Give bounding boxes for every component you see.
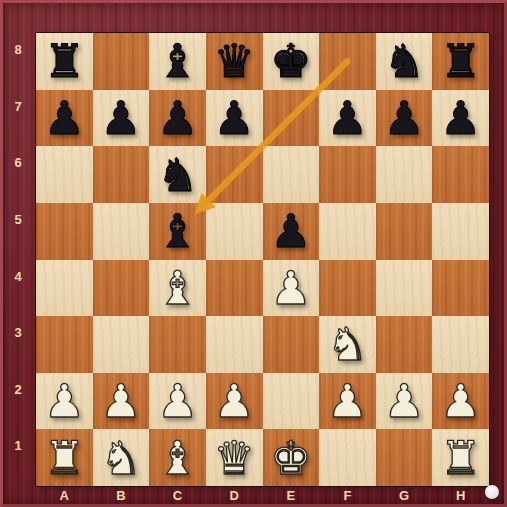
piece-white-knight[interactable]: ♞ xyxy=(327,321,368,367)
square-e4[interactable]: ♟ xyxy=(263,260,320,317)
square-b4[interactable] xyxy=(93,260,150,317)
rank-label-2: 2 xyxy=(3,373,33,430)
piece-black-pawn[interactable]: ♟ xyxy=(44,95,85,141)
rank-label-7: 7 xyxy=(3,90,33,147)
square-g2[interactable]: ♟ xyxy=(376,373,433,430)
square-d8[interactable]: ♛ xyxy=(206,33,263,90)
file-label-E: E xyxy=(263,487,320,505)
piece-black-bishop[interactable]: ♝ xyxy=(157,38,198,84)
square-d4[interactable] xyxy=(206,260,263,317)
piece-white-knight[interactable]: ♞ xyxy=(100,435,141,481)
square-f8[interactable] xyxy=(319,33,376,90)
square-g4[interactable] xyxy=(376,260,433,317)
square-c3[interactable] xyxy=(149,316,206,373)
piece-black-pawn[interactable]: ♟ xyxy=(214,95,255,141)
piece-white-pawn[interactable]: ♟ xyxy=(44,378,85,424)
square-h4[interactable] xyxy=(432,260,489,317)
piece-black-pawn[interactable]: ♟ xyxy=(157,95,198,141)
rank-label-1: 1 xyxy=(3,429,33,486)
square-e5[interactable]: ♟ xyxy=(263,203,320,260)
piece-black-bishop[interactable]: ♝ xyxy=(157,208,198,254)
square-d5[interactable] xyxy=(206,203,263,260)
piece-white-pawn[interactable]: ♟ xyxy=(327,378,368,424)
square-e8[interactable]: ♚ xyxy=(263,33,320,90)
square-c1[interactable]: ♝ xyxy=(149,429,206,486)
square-e2[interactable] xyxy=(263,373,320,430)
piece-black-knight[interactable]: ♞ xyxy=(383,38,424,84)
square-a4[interactable] xyxy=(36,260,93,317)
square-f7[interactable]: ♟ xyxy=(319,90,376,147)
chess-board-frame: ♜♝♛♚♞♜♟♟♟♟♟♟♟♞♝♟♝♟♞♟♟♟♟♟♟♟♜♞♝♛♚♜ 8765432… xyxy=(0,0,507,507)
file-label-G: G xyxy=(376,487,433,505)
piece-white-bishop[interactable]: ♝ xyxy=(157,435,198,481)
square-g7[interactable]: ♟ xyxy=(376,90,433,147)
square-f2[interactable]: ♟ xyxy=(319,373,376,430)
white-to-move-indicator xyxy=(485,485,499,499)
piece-white-pawn[interactable]: ♟ xyxy=(157,378,198,424)
rank-label-4: 4 xyxy=(3,260,33,317)
square-f4[interactable] xyxy=(319,260,376,317)
piece-black-rook[interactable]: ♜ xyxy=(440,38,481,84)
square-g8[interactable]: ♞ xyxy=(376,33,433,90)
rank-label-8: 8 xyxy=(3,33,33,90)
square-d3[interactable] xyxy=(206,316,263,373)
piece-black-pawn[interactable]: ♟ xyxy=(270,208,311,254)
piece-black-pawn[interactable]: ♟ xyxy=(327,95,368,141)
square-a2[interactable]: ♟ xyxy=(36,373,93,430)
square-c6[interactable]: ♞ xyxy=(149,146,206,203)
piece-white-bishop[interactable]: ♝ xyxy=(157,265,198,311)
piece-white-pawn[interactable]: ♟ xyxy=(100,378,141,424)
rank-label-3: 3 xyxy=(3,316,33,373)
piece-black-pawn[interactable]: ♟ xyxy=(440,95,481,141)
square-c5[interactable]: ♝ xyxy=(149,203,206,260)
square-d1[interactable]: ♛ xyxy=(206,429,263,486)
square-f3[interactable]: ♞ xyxy=(319,316,376,373)
square-b3[interactable] xyxy=(93,316,150,373)
square-h8[interactable]: ♜ xyxy=(432,33,489,90)
square-d2[interactable]: ♟ xyxy=(206,373,263,430)
rank-label-6: 6 xyxy=(3,146,33,203)
square-f5[interactable] xyxy=(319,203,376,260)
file-label-F: F xyxy=(319,487,376,505)
square-c7[interactable]: ♟ xyxy=(149,90,206,147)
square-e7[interactable] xyxy=(263,90,320,147)
square-b5[interactable] xyxy=(93,203,150,260)
rank-label-5: 5 xyxy=(3,203,33,260)
square-a3[interactable] xyxy=(36,316,93,373)
piece-white-queen[interactable]: ♛ xyxy=(214,435,255,481)
square-d6[interactable] xyxy=(206,146,263,203)
square-b7[interactable]: ♟ xyxy=(93,90,150,147)
square-b2[interactable]: ♟ xyxy=(93,373,150,430)
square-e1[interactable]: ♚ xyxy=(263,429,320,486)
square-b6[interactable] xyxy=(93,146,150,203)
square-a6[interactable] xyxy=(36,146,93,203)
piece-white-rook[interactable]: ♜ xyxy=(44,435,85,481)
square-h3[interactable] xyxy=(432,316,489,373)
square-b8[interactable] xyxy=(93,33,150,90)
piece-black-pawn[interactable]: ♟ xyxy=(383,95,424,141)
piece-black-rook[interactable]: ♜ xyxy=(44,38,85,84)
square-a8[interactable]: ♜ xyxy=(36,33,93,90)
piece-white-king[interactable]: ♚ xyxy=(270,435,311,481)
square-g5[interactable] xyxy=(376,203,433,260)
square-f6[interactable] xyxy=(319,146,376,203)
square-h5[interactable] xyxy=(432,203,489,260)
square-h1[interactable]: ♜ xyxy=(432,429,489,486)
square-a1[interactable]: ♜ xyxy=(36,429,93,486)
piece-black-pawn[interactable]: ♟ xyxy=(100,95,141,141)
piece-white-rook[interactable]: ♜ xyxy=(440,435,481,481)
square-e3[interactable] xyxy=(263,316,320,373)
square-h6[interactable] xyxy=(432,146,489,203)
file-label-C: C xyxy=(149,487,206,505)
square-h7[interactable]: ♟ xyxy=(432,90,489,147)
file-label-H: H xyxy=(432,487,489,505)
square-e6[interactable] xyxy=(263,146,320,203)
piece-white-pawn[interactable]: ♟ xyxy=(270,265,311,311)
square-g1[interactable] xyxy=(376,429,433,486)
square-c8[interactable]: ♝ xyxy=(149,33,206,90)
file-label-B: B xyxy=(93,487,150,505)
square-a5[interactable] xyxy=(36,203,93,260)
square-a7[interactable]: ♟ xyxy=(36,90,93,147)
piece-black-knight[interactable]: ♞ xyxy=(157,152,198,198)
square-g3[interactable] xyxy=(376,316,433,373)
square-g6[interactable] xyxy=(376,146,433,203)
piece-white-pawn[interactable]: ♟ xyxy=(214,378,255,424)
square-c4[interactable]: ♝ xyxy=(149,260,206,317)
file-label-A: A xyxy=(36,487,93,505)
piece-black-king[interactable]: ♚ xyxy=(270,38,311,84)
piece-black-queen[interactable]: ♛ xyxy=(214,38,255,84)
square-b1[interactable]: ♞ xyxy=(93,429,150,486)
piece-white-pawn[interactable]: ♟ xyxy=(383,378,424,424)
square-d7[interactable]: ♟ xyxy=(206,90,263,147)
square-f1[interactable] xyxy=(319,429,376,486)
file-label-D: D xyxy=(206,487,263,505)
piece-white-pawn[interactable]: ♟ xyxy=(440,378,481,424)
square-h2[interactable]: ♟ xyxy=(432,373,489,430)
board: ♜♝♛♚♞♜♟♟♟♟♟♟♟♞♝♟♝♟♞♟♟♟♟♟♟♟♜♞♝♛♚♜ xyxy=(36,33,489,486)
square-c2[interactable]: ♟ xyxy=(149,373,206,430)
